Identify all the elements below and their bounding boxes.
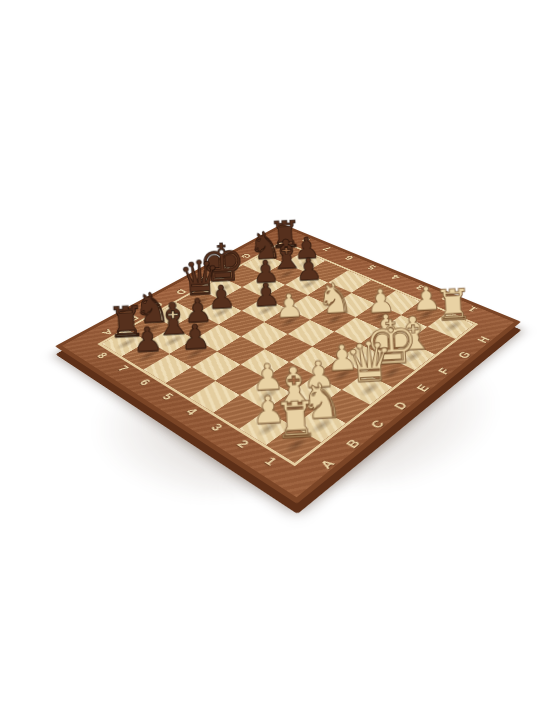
white-rook-glyph: ♜ [433,284,473,328]
white-rook-glyph: ♜ [272,395,319,447]
product-photo-stage: ABCDEFGH ABCDEFGH 87654321 87654321 ♜♞♛♚… [0,0,540,720]
black-pawn-glyph: ♟ [131,322,163,357]
piece-white-rook-a1[interactable]: ♜ [266,426,321,463]
rank-label-1: 1 [248,445,294,477]
white-pawn-glyph: ♟ [273,289,304,323]
piece-white-rook-h1[interactable]: ♜ [428,313,475,339]
white-queen-glyph: ♛ [343,334,395,391]
white-knight-glyph: ♞ [315,278,354,321]
black-pawn-glyph: ♟ [179,319,211,354]
